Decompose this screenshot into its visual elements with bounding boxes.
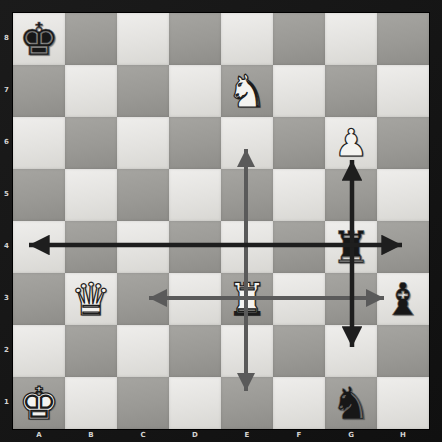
square-c1[interactable] — [117, 377, 169, 429]
rank-label-1: 1 — [0, 398, 13, 406]
file-label-c: C — [117, 429, 169, 442]
square-e3[interactable]: ♜ — [221, 273, 273, 325]
square-a1[interactable]: ♚ — [13, 377, 65, 429]
square-g8[interactable] — [325, 13, 377, 65]
square-c8[interactable] — [117, 13, 169, 65]
square-h1[interactable] — [377, 377, 429, 429]
rank-label-7: 7 — [0, 86, 13, 94]
rank-label-2: 2 — [0, 346, 13, 354]
white-queen[interactable]: ♛ — [65, 273, 117, 325]
square-d8[interactable] — [169, 13, 221, 65]
square-f4[interactable] — [273, 221, 325, 273]
square-e6[interactable] — [221, 117, 273, 169]
square-e4[interactable] — [221, 221, 273, 273]
square-h7[interactable] — [377, 65, 429, 117]
board-squares: ♚♞♟♜♛♜♝♚♞ — [13, 13, 429, 429]
square-e5[interactable] — [221, 169, 273, 221]
square-e2[interactable] — [221, 325, 273, 377]
square-g6[interactable]: ♟ — [325, 117, 377, 169]
square-b2[interactable] — [65, 325, 117, 377]
square-c7[interactable] — [117, 65, 169, 117]
rank-label-4: 4 — [0, 242, 13, 250]
square-f8[interactable] — [273, 13, 325, 65]
white-king[interactable]: ♚ — [13, 377, 65, 429]
square-f2[interactable] — [273, 325, 325, 377]
square-h6[interactable] — [377, 117, 429, 169]
file-label-b: B — [65, 429, 117, 442]
square-e8[interactable] — [221, 13, 273, 65]
square-h5[interactable] — [377, 169, 429, 221]
square-c4[interactable] — [117, 221, 169, 273]
square-h2[interactable] — [377, 325, 429, 377]
file-label-e: E — [221, 429, 273, 442]
square-g5[interactable] — [325, 169, 377, 221]
square-f7[interactable] — [273, 65, 325, 117]
black-rook[interactable]: ♜ — [325, 221, 377, 273]
square-g7[interactable] — [325, 65, 377, 117]
square-d2[interactable] — [169, 325, 221, 377]
white-rook[interactable]: ♜ — [221, 273, 273, 325]
white-pawn[interactable]: ♟ — [325, 117, 377, 169]
square-a4[interactable] — [13, 221, 65, 273]
square-a8[interactable]: ♚ — [13, 13, 65, 65]
square-b6[interactable] — [65, 117, 117, 169]
white-knight[interactable]: ♞ — [221, 65, 273, 117]
black-knight[interactable]: ♞ — [325, 377, 377, 429]
chess-board-screenshot: ♚♞♟♜♛♜♝♚♞ 87654321ABCDEFGH — [0, 0, 442, 442]
square-f6[interactable] — [273, 117, 325, 169]
file-label-a: A — [13, 429, 65, 442]
square-a7[interactable] — [13, 65, 65, 117]
square-h3[interactable]: ♝ — [377, 273, 429, 325]
square-b3[interactable]: ♛ — [65, 273, 117, 325]
square-g3[interactable] — [325, 273, 377, 325]
file-label-d: D — [169, 429, 221, 442]
square-d5[interactable] — [169, 169, 221, 221]
square-d1[interactable] — [169, 377, 221, 429]
rank-label-8: 8 — [0, 34, 13, 42]
square-b8[interactable] — [65, 13, 117, 65]
file-label-g: G — [325, 429, 377, 442]
square-a5[interactable] — [13, 169, 65, 221]
black-bishop[interactable]: ♝ — [377, 273, 429, 325]
square-g4[interactable]: ♜ — [325, 221, 377, 273]
square-g2[interactable] — [325, 325, 377, 377]
square-f1[interactable] — [273, 377, 325, 429]
square-b5[interactable] — [65, 169, 117, 221]
square-c5[interactable] — [117, 169, 169, 221]
square-d3[interactable] — [169, 273, 221, 325]
black-king[interactable]: ♚ — [13, 13, 65, 65]
file-label-h: H — [377, 429, 429, 442]
square-d7[interactable] — [169, 65, 221, 117]
square-c3[interactable] — [117, 273, 169, 325]
square-f5[interactable] — [273, 169, 325, 221]
square-d4[interactable] — [169, 221, 221, 273]
square-b7[interactable] — [65, 65, 117, 117]
square-h4[interactable] — [377, 221, 429, 273]
square-c6[interactable] — [117, 117, 169, 169]
square-f3[interactable] — [273, 273, 325, 325]
square-e7[interactable]: ♞ — [221, 65, 273, 117]
file-label-f: F — [273, 429, 325, 442]
rank-label-6: 6 — [0, 138, 13, 146]
square-a2[interactable] — [13, 325, 65, 377]
square-a3[interactable] — [13, 273, 65, 325]
rank-label-3: 3 — [0, 294, 13, 302]
square-c2[interactable] — [117, 325, 169, 377]
square-b4[interactable] — [65, 221, 117, 273]
square-e1[interactable] — [221, 377, 273, 429]
square-h8[interactable] — [377, 13, 429, 65]
square-b1[interactable] — [65, 377, 117, 429]
square-a6[interactable] — [13, 117, 65, 169]
rank-label-5: 5 — [0, 190, 13, 198]
square-d6[interactable] — [169, 117, 221, 169]
square-g1[interactable]: ♞ — [325, 377, 377, 429]
